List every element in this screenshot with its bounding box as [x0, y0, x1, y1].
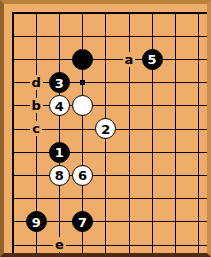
- stone-glyph: 9: [26, 211, 47, 232]
- go-board[interactable]: 534218697adbce: [4, 4, 207, 253]
- point-label: d: [30, 75, 43, 90]
- stone-glyph: 8: [49, 165, 70, 186]
- stone-glyph: 4: [49, 95, 70, 116]
- point-c[interactable]: c: [25, 117, 48, 140]
- stone-glyph: 3: [49, 72, 70, 93]
- point-a[interactable]: a: [117, 48, 140, 71]
- stone-white-2[interactable]: 2: [94, 117, 117, 140]
- move-number: 5: [148, 53, 157, 66]
- stone-black-7[interactable]: 7: [71, 210, 94, 233]
- stone-black-plain[interactable]: [71, 48, 94, 71]
- move-number: 4: [55, 100, 64, 113]
- move-number: 6: [78, 169, 87, 182]
- stone-white-4[interactable]: 4: [48, 94, 71, 117]
- stone-black-5[interactable]: 5: [141, 48, 164, 71]
- stone-glyph: 1: [49, 142, 70, 163]
- stone-black-9[interactable]: 9: [25, 210, 48, 233]
- move-number: 2: [101, 123, 110, 136]
- point-e[interactable]: e: [48, 233, 71, 256]
- stone-glyph: [72, 95, 93, 116]
- point-label: a: [123, 52, 136, 67]
- point-label: e: [53, 237, 66, 252]
- point-label: b: [30, 98, 43, 113]
- point-b[interactable]: b: [25, 94, 48, 117]
- move-number: 8: [55, 169, 64, 182]
- board-grid: 534218697adbce: [1, 1, 210, 256]
- move-number: 3: [55, 77, 64, 90]
- stone-black-1[interactable]: 1: [48, 141, 71, 164]
- stone-black-3[interactable]: 3: [48, 71, 71, 94]
- point-label: c: [30, 121, 42, 136]
- stone-glyph: 7: [72, 211, 93, 232]
- move-number: 1: [55, 146, 64, 159]
- stone-white-8[interactable]: 8: [48, 164, 71, 187]
- stone-glyph: 5: [142, 49, 163, 70]
- stone-white-plain[interactable]: [71, 94, 94, 117]
- stone-glyph: 2: [95, 118, 116, 139]
- board-frame: 534218697adbce: [0, 0, 211, 257]
- move-number: 7: [78, 216, 87, 229]
- point-d[interactable]: d: [25, 71, 48, 94]
- stone-white-6[interactable]: 6: [71, 164, 94, 187]
- stone-glyph: 6: [72, 165, 93, 186]
- move-number: 9: [32, 216, 41, 229]
- stone-glyph: [72, 49, 93, 70]
